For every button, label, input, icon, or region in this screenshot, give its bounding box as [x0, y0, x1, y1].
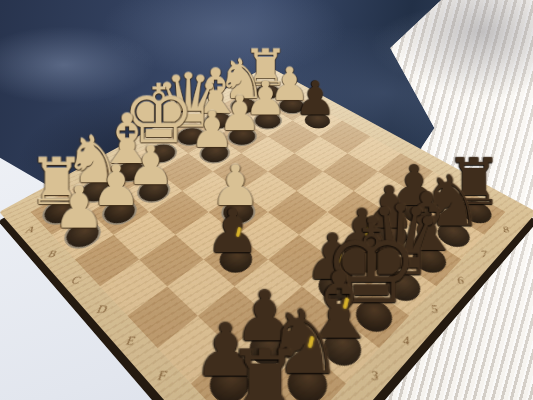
- photo-stage: ABCDEFGH 87654321 ♜♞♟♝♟♟♛♟♚♟♝♞♟♜♟♟♜♟♟♞♟♝…: [0, 0, 533, 400]
- white-pawn-glyph: ♟: [27, 179, 132, 238]
- black-pawn-glyph: ♟: [178, 201, 287, 262]
- black-rook-glyph: ♜: [195, 339, 334, 400]
- black-pawn-glyph: ♟: [273, 75, 357, 122]
- paint-fleck: [236, 226, 242, 236]
- chess-board: ABCDEFGH 87654321 ♜♞♟♝♟♟♛♟♚♟♝♞♟♜♟♟♜♟♟♞♟♝…: [0, 66, 533, 400]
- pieces-layer: ♜♞♟♝♟♟♛♟♚♟♝♞♟♜♟♟♜♟♟♞♟♝♟♟♛♟♚♝♟♞♟♜: [0, 66, 533, 400]
- board-scene: ABCDEFGH 87654321 ♜♞♟♝♟♟♛♟♚♟♝♞♟♜♟♟♜♟♟♞♟♝…: [0, 0, 533, 400]
